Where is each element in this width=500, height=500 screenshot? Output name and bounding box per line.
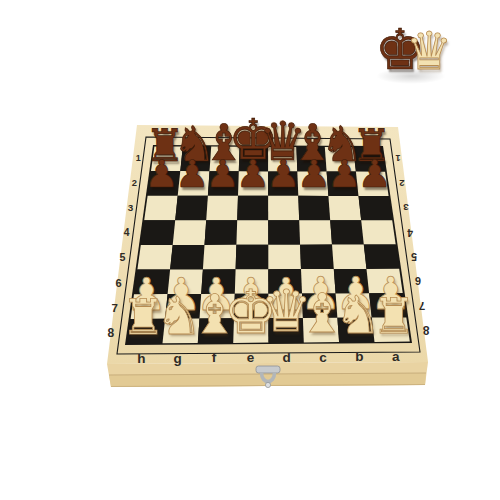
square-a1 — [353, 147, 385, 171]
square-d6 — [268, 269, 302, 294]
square-g2 — [178, 171, 210, 196]
square-a3 — [359, 196, 393, 220]
square-f6 — [201, 269, 235, 294]
square-f4 — [205, 220, 238, 245]
square-c5 — [300, 245, 334, 270]
square-a2 — [356, 172, 389, 196]
file-label-d: d — [283, 350, 291, 365]
square-c4 — [299, 220, 332, 244]
square-g4 — [173, 220, 207, 245]
rank-label-left-4: 4 — [124, 227, 130, 238]
file-label-c: c — [319, 350, 327, 365]
rank-label-left-2: 2 — [132, 177, 137, 188]
square-c1 — [296, 147, 326, 172]
rank-label-left-1: 1 — [136, 153, 141, 163]
square-f8 — [198, 318, 234, 343]
square-c2 — [297, 171, 328, 196]
square-h8 — [127, 319, 165, 344]
square-h3 — [144, 196, 178, 221]
square-e6 — [235, 269, 269, 294]
square-d7 — [268, 294, 303, 319]
square-b8 — [337, 318, 374, 343]
rank-label-right-7: 7 — [419, 300, 425, 312]
square-e7 — [234, 294, 268, 319]
file-label-b: b — [355, 349, 363, 364]
square-a8 — [372, 317, 410, 342]
square-e1 — [239, 147, 268, 172]
square-g6 — [168, 269, 203, 294]
rank-label-left-7: 7 — [112, 302, 118, 314]
square-f7 — [200, 294, 235, 319]
file-label-h: h — [137, 351, 145, 366]
rank-label-right-4: 4 — [407, 227, 413, 238]
square-c7 — [302, 293, 337, 318]
square-b7 — [336, 293, 372, 318]
square-b3 — [328, 196, 361, 220]
clasp-plate — [256, 366, 280, 373]
rank-label-right-5: 5 — [411, 251, 417, 263]
square-d1 — [268, 147, 297, 172]
square-h7 — [131, 294, 168, 319]
square-f3 — [206, 196, 238, 221]
square-d3 — [268, 196, 299, 221]
square-c3 — [298, 196, 330, 221]
rank-label-right-3: 3 — [403, 202, 409, 213]
file-label-a: a — [392, 349, 400, 364]
display-piece-light-queen: ♛ — [406, 25, 453, 77]
square-g1 — [180, 147, 211, 172]
rank-label-left-8: 8 — [108, 326, 115, 340]
square-c8 — [303, 318, 339, 343]
square-a4 — [361, 220, 396, 244]
square-h1 — [151, 146, 183, 171]
square-e5 — [236, 245, 269, 269]
file-label-e: e — [247, 350, 255, 365]
square-d4 — [268, 220, 300, 245]
square-a5 — [364, 245, 399, 269]
rank-label-left-6: 6 — [116, 277, 122, 289]
product-photo: 1122334455667788hgfedcba ♜♞♝♚♛♝♞♜♟♟♟♟♟♟♟… — [0, 0, 500, 500]
rank-label-right-8: 8 — [422, 323, 429, 337]
square-b5 — [332, 245, 367, 269]
square-g7 — [165, 294, 201, 319]
square-e3 — [237, 196, 268, 221]
square-f5 — [203, 245, 237, 270]
file-label-f: f — [212, 350, 217, 365]
square-e2 — [238, 171, 268, 196]
square-d8 — [268, 318, 303, 343]
clasp-pin — [265, 382, 270, 387]
square-c6 — [301, 269, 336, 294]
square-f2 — [208, 171, 239, 196]
square-b4 — [330, 220, 364, 244]
square-g5 — [170, 245, 204, 270]
square-a7 — [369, 293, 406, 318]
square-b6 — [334, 269, 369, 294]
square-h2 — [148, 171, 181, 196]
file-label-g: g — [174, 351, 182, 366]
rank-label-left-3: 3 — [128, 202, 134, 213]
square-b2 — [327, 172, 359, 196]
rank-label-left-5: 5 — [120, 251, 126, 263]
square-h4 — [141, 220, 175, 245]
square-a6 — [367, 269, 403, 293]
square-g3 — [175, 196, 208, 221]
square-h5 — [137, 245, 172, 270]
square-h6 — [134, 270, 170, 295]
square-f1 — [210, 147, 240, 172]
square-e4 — [236, 220, 268, 245]
square-d5 — [268, 245, 301, 270]
square-e8 — [233, 318, 268, 343]
rank-label-right-2: 2 — [399, 178, 404, 189]
square-d2 — [268, 171, 298, 195]
square-b1 — [325, 147, 356, 172]
square-g8 — [163, 319, 200, 344]
rank-label-right-1: 1 — [395, 153, 400, 163]
rank-label-right-6: 6 — [415, 275, 421, 287]
